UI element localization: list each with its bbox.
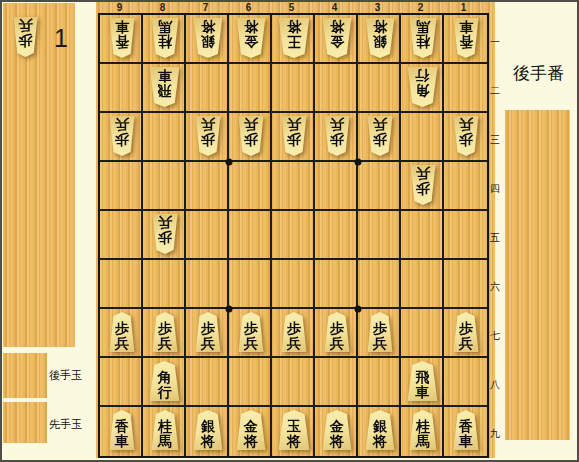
piece-sente-fu[interactable]: 歩兵 [238, 312, 264, 352]
piece-face: 角行 [407, 67, 438, 107]
shogi-app-window: 歩兵 1 987654321 香車桂馬銀将金将王将金将銀将桂馬香車飛車角行歩兵歩… [0, 0, 579, 462]
piece-kanji: 香 [115, 34, 129, 49]
piece-face: 歩兵 [152, 312, 178, 352]
piece-gote-fu[interactable]: 歩兵 [453, 116, 479, 156]
piece-kanji: 銀 [373, 419, 387, 434]
piece-kanji: 兵 [158, 215, 172, 230]
piece-face: 歩兵 [13, 17, 38, 57]
piece-kanji: 銀 [373, 34, 387, 49]
piece-kanji: 車 [459, 434, 473, 449]
piece-gote-gin[interactable]: 銀将 [365, 18, 395, 58]
piece-gote-kyosha[interactable]: 香車 [453, 18, 479, 58]
piece-kanji: 兵 [19, 18, 33, 33]
square-7-2[interactable] [186, 64, 229, 113]
piece-kanji: 兵 [330, 117, 344, 132]
piece-kanji: 兵 [459, 336, 473, 351]
square-3-8[interactable] [358, 358, 401, 407]
piece-kanji: 歩 [287, 321, 301, 336]
square-2-7[interactable] [401, 309, 444, 358]
piece-kanji: 歩 [459, 321, 473, 336]
piece-gote-gin[interactable]: 銀将 [193, 18, 223, 58]
gote-hand-pawn-count: 1 [54, 24, 74, 53]
piece-kanji: 将 [201, 19, 215, 34]
piece-kanji: 歩 [201, 321, 215, 336]
piece-kanji: 銀 [201, 34, 215, 49]
piece-face: 香車 [453, 18, 479, 58]
piece-face: 玉将 [278, 410, 310, 450]
piece-sente-fu[interactable]: 歩兵 [281, 312, 307, 352]
piece-face: 歩兵 [195, 116, 221, 156]
piece-face: 歩兵 [324, 116, 350, 156]
file-label: 6 [227, 2, 270, 13]
piece-kanji: 将 [373, 434, 387, 449]
piece-kanji: 香 [459, 34, 473, 49]
piece-kanji: 将 [287, 434, 301, 449]
file-labels: 987654321 [98, 2, 485, 13]
piece-kanji: 車 [459, 19, 473, 34]
square-6-2[interactable] [229, 64, 272, 113]
square-9-5[interactable] [100, 211, 143, 260]
piece-gote-kaku[interactable]: 角行 [407, 67, 438, 107]
piece-kanji: 兵 [287, 117, 301, 132]
square-8-6[interactable] [143, 260, 186, 309]
piece-face: 歩兵 [109, 116, 135, 156]
piece-face: 飛車 [407, 361, 438, 401]
piece-kanji: 桂 [416, 419, 430, 434]
piece-face: 桂馬 [409, 410, 437, 450]
square-4-5[interactable] [315, 211, 358, 260]
piece-gote-ou[interactable]: 王将 [278, 18, 310, 58]
piece-kanji: 兵 [330, 336, 344, 351]
piece-face: 王将 [278, 18, 310, 58]
piece-kanji: 兵 [201, 336, 215, 351]
board-grid: 香車桂馬銀将金将王将金将銀将桂馬香車飛車角行歩兵歩兵歩兵歩兵歩兵歩兵歩兵歩兵歩兵… [98, 13, 489, 458]
piece-kanji: 兵 [287, 336, 301, 351]
square-3-4[interactable] [358, 162, 401, 211]
piece-kanji: 角 [158, 370, 172, 385]
piece-kanji: 車 [115, 19, 129, 34]
square-7-8[interactable] [186, 358, 229, 407]
piece-gote-fu[interactable]: 歩兵 [281, 116, 307, 156]
piece-kanji: 兵 [158, 336, 172, 351]
piece-kanji: 兵 [201, 117, 215, 132]
piece-face: 歩兵 [238, 116, 264, 156]
piece-face: 歩兵 [324, 312, 350, 352]
piece-kanji: 歩 [201, 132, 215, 147]
file-label: 2 [399, 2, 442, 13]
square-4-2[interactable] [315, 64, 358, 113]
piece-gote-hisha[interactable]: 飛車 [149, 67, 180, 107]
piece-kanji: 車 [158, 68, 172, 83]
rank-label: 九 [489, 409, 501, 458]
square-8-3[interactable] [143, 113, 186, 162]
piece-kanji: 兵 [459, 117, 473, 132]
piece-gote-fu[interactable]: 歩兵 [238, 116, 264, 156]
sente-hand-tray[interactable] [505, 110, 570, 440]
square-6-6[interactable] [229, 260, 272, 309]
piece-kanji: 歩 [330, 132, 344, 147]
piece-face: 銀将 [365, 410, 395, 450]
piece-sente-kyosha[interactable]: 香車 [453, 410, 479, 450]
piece-kanji: 馬 [416, 434, 430, 449]
piece-face: 歩兵 [281, 116, 307, 156]
piece-kanji: 歩 [287, 132, 301, 147]
piece-face: 桂馬 [409, 18, 437, 58]
piece-face: 飛車 [149, 67, 180, 107]
square-1-8[interactable] [444, 358, 487, 407]
square-9-6[interactable] [100, 260, 143, 309]
piece-kanji: 将 [373, 19, 387, 34]
piece-face: 桂馬 [151, 410, 179, 450]
square-5-2[interactable] [272, 64, 315, 113]
star-point [226, 306, 233, 313]
star-point [355, 159, 362, 166]
piece-gote-keima[interactable]: 桂馬 [409, 18, 437, 58]
piece-face: 桂馬 [151, 18, 179, 58]
file-label: 4 [313, 2, 356, 13]
piece-kanji: 将 [244, 19, 258, 34]
piece-kanji: 歩 [158, 321, 172, 336]
piece-kanji: 車 [115, 434, 129, 449]
piece-kanji: 馬 [158, 434, 172, 449]
square-2-3[interactable] [401, 113, 444, 162]
piece-kanji: 歩 [158, 230, 172, 245]
piece-kanji: 歩 [19, 33, 33, 48]
piece-kanji: 将 [330, 434, 344, 449]
square-5-4[interactable] [272, 162, 315, 211]
piece-face: 歩兵 [109, 312, 135, 352]
piece-kanji: 兵 [244, 117, 258, 132]
piece-sente-gyoku[interactable]: 玉将 [278, 410, 310, 450]
piece-sente-keima[interactable]: 桂馬 [151, 410, 179, 450]
square-9-8[interactable] [100, 358, 143, 407]
piece-sente-kin[interactable]: 金将 [322, 410, 352, 450]
piece-kanji: 歩 [244, 132, 258, 147]
piece-sente-kin[interactable]: 金将 [236, 410, 266, 450]
piece-gote-fu[interactable]: 歩兵 [152, 214, 178, 254]
piece-sente-fu[interactable]: 歩兵 [152, 312, 178, 352]
rank-label: 一 [489, 17, 501, 66]
piece-face: 歩兵 [367, 116, 393, 156]
piece-kanji: 行 [158, 385, 172, 400]
piece-kanji: 兵 [244, 336, 258, 351]
piece-kanji: 兵 [416, 166, 430, 181]
piece-kanji: 歩 [459, 132, 473, 147]
piece-kanji: 桂 [158, 419, 172, 434]
piece-kanji: 香 [459, 419, 473, 434]
gote-king-panel [3, 353, 47, 398]
piece-face: 歩兵 [367, 312, 393, 352]
piece-gote-kin[interactable]: 金将 [322, 18, 352, 58]
piece-kanji: 兵 [115, 117, 129, 132]
piece-kanji: 兵 [115, 336, 129, 351]
piece-kanji: 兵 [373, 336, 387, 351]
rank-label: 八 [489, 360, 501, 409]
square-7-6[interactable] [186, 260, 229, 309]
piece-face: 銀将 [365, 18, 395, 58]
square-7-5[interactable] [186, 211, 229, 260]
piece-kanji: 将 [201, 434, 215, 449]
piece-kanji: 将 [244, 434, 258, 449]
square-3-5[interactable] [358, 211, 401, 260]
piece-face: 香車 [109, 410, 135, 450]
piece-sente-fu[interactable]: 歩兵 [453, 312, 479, 352]
piece-kanji: 角 [416, 83, 430, 98]
square-3-2[interactable] [358, 64, 401, 113]
piece-kanji: 王 [287, 34, 301, 49]
piece-kanji: 金 [330, 34, 344, 49]
piece-gote-fu[interactable]: 歩兵 [410, 165, 436, 205]
square-9-4[interactable] [100, 162, 143, 211]
square-2-5[interactable] [401, 211, 444, 260]
piece-kanji: 飛 [416, 370, 430, 385]
piece-face: 銀将 [193, 410, 223, 450]
rank-label: 二 [489, 66, 501, 115]
piece-kanji: 桂 [416, 34, 430, 49]
piece-gote-fu[interactable]: 歩兵 [195, 116, 221, 156]
file-label: 9 [98, 2, 141, 13]
file-label: 7 [184, 2, 227, 13]
square-5-6[interactable] [272, 260, 315, 309]
square-7-4[interactable] [186, 162, 229, 211]
piece-kanji: 歩 [373, 321, 387, 336]
gote-king-label: 後手玉 [49, 353, 97, 398]
piece-gote-fu[interactable]: 歩兵 [109, 116, 135, 156]
square-4-6[interactable] [315, 260, 358, 309]
piece-kanji: 兵 [373, 117, 387, 132]
piece-face: 歩兵 [410, 165, 436, 205]
piece-kanji: 馬 [158, 19, 172, 34]
star-point [355, 306, 362, 313]
piece-gote-kin[interactable]: 金将 [236, 18, 266, 58]
file-label: 3 [356, 2, 399, 13]
piece-gote-fu[interactable]: 歩兵 [13, 17, 38, 57]
piece-face: 歩兵 [281, 312, 307, 352]
square-5-5[interactable] [272, 211, 315, 260]
piece-face: 銀将 [193, 18, 223, 58]
piece-face: 歩兵 [238, 312, 264, 352]
piece-kanji: 歩 [244, 321, 258, 336]
square-6-5[interactable] [229, 211, 272, 260]
square-1-6[interactable] [444, 260, 487, 309]
piece-face: 歩兵 [195, 312, 221, 352]
piece-sente-fu[interactable]: 歩兵 [195, 312, 221, 352]
piece-kanji: 香 [115, 419, 129, 434]
piece-kanji: 歩 [330, 321, 344, 336]
piece-kanji: 歩 [373, 132, 387, 147]
sente-king-panel [3, 402, 47, 443]
piece-sente-fu[interactable]: 歩兵 [109, 312, 135, 352]
square-1-2[interactable] [444, 64, 487, 113]
shogi-board: 987654321 香車桂馬銀将金将王将金将銀将桂馬香車飛車角行歩兵歩兵歩兵歩兵… [96, 2, 495, 458]
turn-indicator: 後手番 [513, 62, 564, 85]
piece-kanji: 歩 [416, 181, 430, 196]
piece-gote-fu[interactable]: 歩兵 [324, 116, 350, 156]
square-1-4[interactable] [444, 162, 487, 211]
piece-face: 歩兵 [152, 214, 178, 254]
piece-kanji: 飛 [158, 83, 172, 98]
piece-kanji: 馬 [416, 19, 430, 34]
piece-face: 歩兵 [453, 312, 479, 352]
square-6-8[interactable] [229, 358, 272, 407]
piece-sente-hisha[interactable]: 飛車 [407, 361, 438, 401]
piece-sente-kaku[interactable]: 角行 [149, 361, 180, 401]
file-label: 1 [442, 2, 485, 13]
piece-sente-fu[interactable]: 歩兵 [367, 312, 393, 352]
piece-face: 金将 [322, 18, 352, 58]
square-1-5[interactable] [444, 211, 487, 260]
square-3-6[interactable] [358, 260, 401, 309]
piece-kanji: 金 [244, 419, 258, 434]
piece-sente-kyosha[interactable]: 香車 [109, 410, 135, 450]
square-4-4[interactable] [315, 162, 358, 211]
square-2-6[interactable] [401, 260, 444, 309]
file-label: 5 [270, 2, 313, 13]
square-6-4[interactable] [229, 162, 272, 211]
piece-face: 金将 [322, 410, 352, 450]
piece-face: 金将 [236, 410, 266, 450]
piece-kanji: 玉 [287, 419, 301, 434]
piece-gote-keima[interactable]: 桂馬 [151, 18, 179, 58]
piece-kanji: 銀 [201, 419, 215, 434]
sente-king-label: 先手玉 [49, 404, 97, 445]
rank-label: 五 [489, 213, 501, 262]
piece-kanji: 金 [244, 34, 258, 49]
piece-face: 角行 [149, 361, 180, 401]
piece-gote-fu[interactable]: 歩兵 [367, 116, 393, 156]
rank-label: 三 [489, 115, 501, 164]
piece-face: 香車 [453, 410, 479, 450]
piece-kanji: 金 [330, 419, 344, 434]
piece-sente-gin[interactable]: 銀将 [193, 410, 223, 450]
square-9-2[interactable] [100, 64, 143, 113]
piece-sente-keima[interactable]: 桂馬 [409, 410, 437, 450]
piece-face: 香車 [109, 18, 135, 58]
rank-label: 六 [489, 262, 501, 311]
piece-kanji: 将 [287, 19, 301, 34]
piece-face: 歩兵 [453, 116, 479, 156]
rank-labels: 一二三四五六七八九 [489, 17, 501, 458]
piece-face: 金将 [236, 18, 266, 58]
piece-kanji: 車 [416, 385, 430, 400]
square-5-8[interactable] [272, 358, 315, 407]
piece-kanji: 行 [416, 68, 430, 83]
rank-label: 七 [489, 311, 501, 360]
file-label: 8 [141, 2, 184, 13]
star-point [226, 159, 233, 166]
square-8-4[interactable] [143, 162, 186, 211]
piece-kanji: 将 [330, 19, 344, 34]
rank-label: 四 [489, 164, 501, 213]
piece-sente-gin[interactable]: 銀将 [365, 410, 395, 450]
piece-kanji: 歩 [115, 132, 129, 147]
square-4-8[interactable] [315, 358, 358, 407]
gote-hand-tray[interactable]: 歩兵 [3, 3, 75, 347]
piece-kanji: 桂 [158, 34, 172, 49]
piece-kanji: 歩 [115, 321, 129, 336]
piece-gote-kyosha[interactable]: 香車 [109, 18, 135, 58]
piece-sente-fu[interactable]: 歩兵 [324, 312, 350, 352]
